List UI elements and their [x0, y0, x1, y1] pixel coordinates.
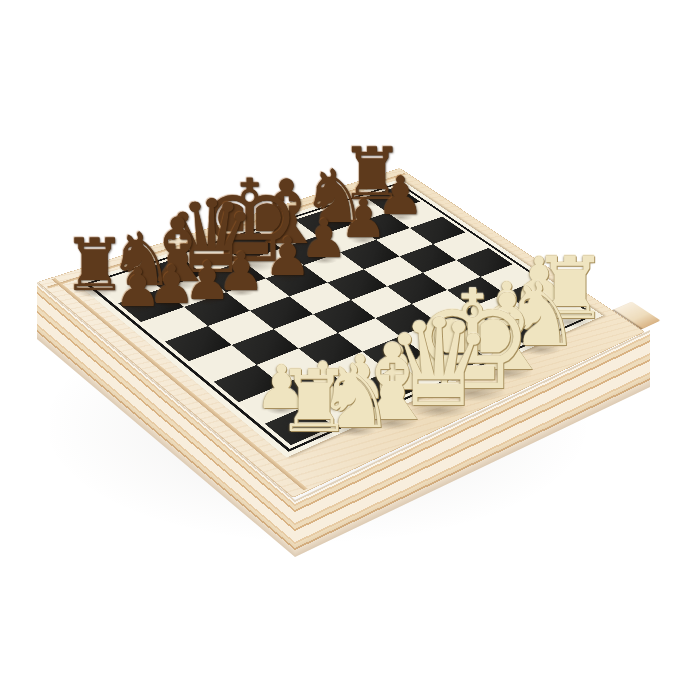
- chess-set-photo: ♜♟♞♟♝♟♚♛♟♝♞♜♟♟♟♟♟♜♟♞♟♝♟♟♚♟♟♛♟♝♞♜: [0, 0, 690, 690]
